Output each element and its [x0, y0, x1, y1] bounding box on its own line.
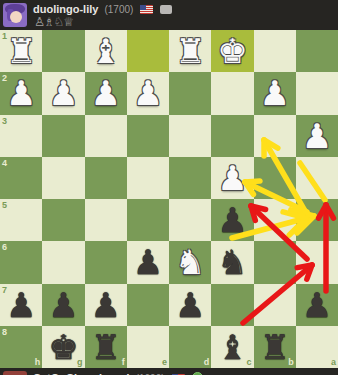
square-c6[interactable]: ♞: [211, 241, 253, 283]
top-player-avatar[interactable]: [3, 3, 27, 27]
white-pawn-g2[interactable]: ♟: [42, 72, 84, 114]
square-a2[interactable]: [296, 72, 338, 114]
rank-label-5: 5: [2, 200, 7, 210]
square-f7[interactable]: ♟: [85, 284, 127, 326]
white-pawn-b2[interactable]: ♟: [254, 72, 296, 114]
rank-label-4: 4: [2, 158, 7, 168]
square-d1[interactable]: ♜: [169, 30, 211, 72]
square-e2[interactable]: ♟: [127, 72, 169, 114]
black-king-g8[interactable]: ♚: [42, 326, 84, 368]
square-g5[interactable]: [42, 199, 84, 241]
rank-label-6: 6: [2, 242, 7, 252]
square-h3[interactable]: 3: [0, 115, 42, 157]
white-pawn-e2[interactable]: ♟: [127, 72, 169, 114]
square-g8[interactable]: g♚: [42, 326, 84, 368]
square-b6[interactable]: [254, 241, 296, 283]
square-h1[interactable]: 1♜: [0, 30, 42, 72]
square-c3[interactable]: [211, 115, 253, 157]
square-b7[interactable]: [254, 284, 296, 326]
black-rook-f8[interactable]: ♜: [85, 326, 127, 368]
square-a5[interactable]: [296, 199, 338, 241]
square-c8[interactable]: c♝: [211, 326, 253, 368]
square-b2[interactable]: ♟: [254, 72, 296, 114]
square-d7[interactable]: ♟: [169, 284, 211, 326]
file-label-e: e: [162, 357, 167, 367]
top-player-name[interactable]: duolingo-lily: [33, 3, 98, 15]
white-pawn-f2[interactable]: ♟: [85, 72, 127, 114]
square-e4[interactable]: [127, 157, 169, 199]
square-g3[interactable]: [42, 115, 84, 157]
square-g4[interactable]: [42, 157, 84, 199]
square-e1[interactable]: [127, 30, 169, 72]
square-e6[interactable]: ♟: [127, 241, 169, 283]
square-e5[interactable]: [127, 199, 169, 241]
square-a1[interactable]: [296, 30, 338, 72]
square-c4[interactable]: ♟: [211, 157, 253, 199]
badge-icon: [160, 5, 172, 14]
white-rook-h1[interactable]: ♜: [0, 30, 42, 72]
square-d2[interactable]: [169, 72, 211, 114]
file-label-a: a: [331, 357, 336, 367]
square-d3[interactable]: [169, 115, 211, 157]
square-f1[interactable]: ♝: [85, 30, 127, 72]
black-bishop-c8[interactable]: ♝: [211, 326, 253, 368]
white-pawn-h2[interactable]: ♟: [0, 72, 42, 114]
square-d6[interactable]: ♞: [169, 241, 211, 283]
square-f8[interactable]: f♜: [85, 326, 127, 368]
square-h7[interactable]: 7♟: [0, 284, 42, 326]
captured-pieces-tray: ♙♗♘♕: [34, 17, 73, 28]
square-h6[interactable]: 6: [0, 241, 42, 283]
rank-label-8: 8: [2, 327, 7, 337]
square-h2[interactable]: 2♟: [0, 72, 42, 114]
square-f2[interactable]: ♟: [85, 72, 127, 114]
square-a4[interactable]: [296, 157, 338, 199]
square-c2[interactable]: [211, 72, 253, 114]
black-pawn-f7[interactable]: ♟: [85, 284, 127, 326]
square-f6[interactable]: [85, 241, 127, 283]
black-pawn-d7[interactable]: ♟: [169, 284, 211, 326]
square-b1[interactable]: [254, 30, 296, 72]
chess-board[interactable]: 1♜♝♜♚2♟♟♟♟♟3♟4♟5♟6♟♞♞7♟♟♟♟♟8hg♚f♜edc♝b♜a: [0, 30, 338, 368]
square-b8[interactable]: b♜: [254, 326, 296, 368]
white-pawn-c4[interactable]: ♟: [211, 157, 253, 199]
square-g2[interactable]: ♟: [42, 72, 84, 114]
square-a6[interactable]: [296, 241, 338, 283]
us-flag-icon: [140, 5, 153, 14]
square-h5[interactable]: 5: [0, 199, 42, 241]
black-pawn-h7[interactable]: ♟: [0, 284, 42, 326]
rank-label-3: 3: [2, 116, 7, 126]
white-rook-d1[interactable]: ♜: [169, 30, 211, 72]
square-g1[interactable]: [42, 30, 84, 72]
black-rook-b8[interactable]: ♜: [254, 326, 296, 368]
square-c5[interactable]: ♟: [211, 199, 253, 241]
square-b5[interactable]: [254, 199, 296, 241]
square-d8[interactable]: d: [169, 326, 211, 368]
white-pawn-a3[interactable]: ♟: [296, 115, 338, 157]
square-c1[interactable]: ♚: [211, 30, 253, 72]
square-d5[interactable]: [169, 199, 211, 241]
square-e3[interactable]: [127, 115, 169, 157]
square-a3[interactable]: ♟: [296, 115, 338, 157]
black-pawn-g7[interactable]: ♟: [42, 284, 84, 326]
square-b4[interactable]: [254, 157, 296, 199]
square-h4[interactable]: 4: [0, 157, 42, 199]
square-a7[interactable]: ♟: [296, 284, 338, 326]
square-b3[interactable]: [254, 115, 296, 157]
square-e8[interactable]: e: [127, 326, 169, 368]
square-h8[interactable]: 8h: [0, 326, 42, 368]
black-pawn-a7[interactable]: ♟: [296, 284, 338, 326]
white-king-c1[interactable]: ♚: [211, 30, 253, 72]
bottom-player-bar: CatOnChessboard (1600): [0, 368, 338, 375]
black-pawn-e6[interactable]: ♟: [127, 241, 169, 283]
square-f4[interactable]: [85, 157, 127, 199]
black-knight-c6[interactable]: ♞: [211, 241, 253, 283]
square-f5[interactable]: [85, 199, 127, 241]
square-d4[interactable]: [169, 157, 211, 199]
bottom-player-avatar[interactable]: [3, 371, 27, 375]
white-bishop-f1[interactable]: ♝: [85, 30, 127, 72]
square-a8[interactable]: a: [296, 326, 338, 368]
avatar-face: [10, 11, 22, 23]
top-player-rating: (1700): [104, 4, 133, 15]
black-pawn-c5[interactable]: ♟: [211, 199, 253, 241]
square-g6[interactable]: [42, 241, 84, 283]
white-knight-d6[interactable]: ♞: [169, 241, 211, 283]
square-e7[interactable]: [127, 284, 169, 326]
file-label-h: h: [35, 357, 41, 367]
square-g7[interactable]: ♟: [42, 284, 84, 326]
square-c7[interactable]: [211, 284, 253, 326]
file-label-d: d: [204, 357, 210, 367]
top-player-bar: duolingo-lily (1700) ♙♗♘♕: [0, 0, 338, 30]
square-f3[interactable]: [85, 115, 127, 157]
